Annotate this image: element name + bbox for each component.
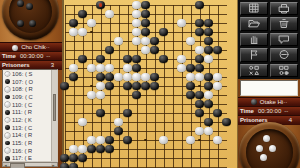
black-stone (141, 28, 150, 37)
white-stone-bowl (239, 122, 300, 168)
black-bowl-stone (17, 0, 24, 7)
white-stone (105, 10, 114, 19)
move-text: 108: ( R (12, 86, 33, 92)
go-client-window: Cho Chik·· Time 00:30:00 -- Prisoners 3 … (0, 0, 300, 168)
black-stone (69, 163, 78, 168)
white-stone (186, 37, 195, 46)
print-button[interactable] (270, 2, 298, 16)
white-stone (186, 73, 195, 82)
black-stone (141, 82, 150, 91)
white-stone (69, 64, 78, 73)
move-text: 107: ( O (12, 79, 33, 85)
black-stone (132, 91, 141, 100)
white-stone (141, 37, 150, 46)
move-list[interactable]: 106: ( S107: ( O108: ( R109: ( C110: ( C… (3, 70, 53, 161)
white-stone (96, 91, 105, 100)
go-board[interactable] (62, 0, 238, 168)
trash-can-icon (276, 18, 292, 29)
black-stone (105, 46, 114, 55)
black-stone (195, 1, 204, 10)
black-stone (141, 10, 150, 19)
white-stone (195, 127, 204, 136)
black-stone (132, 64, 141, 73)
stone-tools-button[interactable] (270, 64, 298, 78)
move-text: 117: ( E (12, 155, 32, 160)
white-stone (204, 55, 213, 64)
move-text: 115: ( R (12, 140, 32, 146)
move-list-item[interactable]: 114: ( R (3, 132, 53, 140)
hand-icon (246, 34, 262, 45)
white-bowl-stone (263, 135, 270, 142)
move-list-item[interactable]: 109: ( C (3, 93, 53, 101)
black-stone (195, 91, 204, 100)
black-stone-icon (5, 125, 10, 130)
white-stone (96, 82, 105, 91)
black-stone (213, 109, 222, 118)
black-stone (96, 145, 105, 154)
black-stone (105, 145, 114, 154)
move-text: 110: ( C (12, 102, 32, 108)
black-stone (96, 109, 105, 118)
white-stone-icon (5, 148, 10, 153)
black-stone-icon (5, 110, 10, 115)
move-list-item[interactable]: 106: ( S (3, 70, 53, 78)
move-text: 111: ( R (12, 109, 32, 115)
white-stone (204, 127, 213, 136)
white-stone (213, 136, 222, 145)
delete-button[interactable] (270, 17, 298, 31)
white-stone (78, 28, 87, 37)
white-player-panel: Otake Hi·· Time 00:30:00 -- Prisoners 4 (238, 0, 300, 168)
white-stone (132, 10, 141, 19)
white-stone (123, 64, 132, 73)
flag-icon (246, 49, 262, 60)
white-stone (87, 19, 96, 28)
black-stone-icon (5, 79, 10, 84)
black-stone (114, 127, 123, 136)
move-text: 109: ( C (12, 94, 33, 100)
white-bowl-stone (269, 145, 276, 152)
black-stone (141, 19, 150, 28)
black-stone (195, 64, 204, 73)
black-stone (204, 37, 213, 46)
black-stone (141, 1, 150, 10)
black-stone-bowl (2, 0, 59, 40)
white-stone (123, 73, 132, 82)
white-stone (87, 136, 96, 145)
black-stone (222, 118, 231, 127)
white-stone (69, 28, 78, 37)
white-stone (213, 82, 222, 91)
move-text: 114: ( R (12, 132, 32, 138)
black-stone (204, 28, 213, 37)
scroll-right-arrow-icon[interactable]: ► (51, 163, 57, 167)
black-stone-icon (5, 156, 10, 160)
black-player-panel: Cho Chik·· Time 00:30:00 -- Prisoners 3 … (0, 0, 62, 168)
white-stone (195, 46, 204, 55)
black-stone (150, 37, 159, 46)
black-stone (204, 118, 213, 127)
white-stone (132, 73, 141, 82)
white-stone (159, 136, 168, 145)
black-stone (96, 1, 105, 10)
white-stone-icon (5, 133, 10, 138)
white-stone (105, 64, 114, 73)
black-stone (150, 46, 159, 55)
white-bowl-stone (260, 154, 267, 161)
move-list-vertical-scrollbar[interactable] (51, 70, 57, 161)
white-stone (96, 136, 105, 145)
white-stone (114, 73, 123, 82)
white-stone (114, 37, 123, 46)
white-stone (78, 145, 87, 154)
black-stone (87, 145, 96, 154)
white-stone-icon (5, 102, 10, 107)
white-stone-icon (5, 72, 10, 77)
white-stone (141, 73, 150, 82)
black-stone (204, 19, 213, 28)
scroll-left-arrow-icon[interactable]: ◄ (3, 163, 9, 167)
chat-button[interactable] (270, 33, 298, 47)
printer-icon (276, 3, 292, 14)
white-stone (177, 19, 186, 28)
black-stone (204, 73, 213, 82)
black-stone (213, 46, 222, 55)
pass-button[interactable] (240, 33, 268, 47)
white-stone (195, 73, 204, 82)
white-stone-icon (5, 87, 10, 92)
white-stone (69, 145, 78, 154)
black-stone (105, 82, 114, 91)
black-stone-icon (5, 141, 10, 146)
white-prisoners-value: 4 (289, 116, 292, 125)
black-stone (78, 10, 87, 19)
black-stone (186, 91, 195, 100)
black-stone (105, 136, 114, 145)
black-stone (204, 46, 213, 55)
move-list-box[interactable]: 106: ( S107: ( O108: ( R109: ( C110: ( C… (2, 69, 58, 162)
black-stone (186, 82, 195, 91)
stones-shapes-icon (276, 65, 292, 76)
white-stone (132, 28, 141, 37)
black-stone (69, 19, 78, 28)
black-stone (60, 82, 69, 91)
move-text: 113: ( C (12, 125, 32, 131)
black-stone (150, 82, 159, 91)
move-list-item[interactable]: 110: ( C (3, 101, 53, 109)
block-button[interactable] (270, 48, 298, 62)
black-stone (195, 55, 204, 64)
move-list-item[interactable]: 115: ( R (3, 139, 53, 147)
black-stone (123, 55, 132, 64)
white-stone (87, 64, 96, 73)
move-list-item[interactable]: 113: ( C (3, 124, 53, 132)
black-player-stone-icon (12, 45, 18, 51)
black-stone (195, 19, 204, 28)
white-stone (186, 136, 195, 145)
white-stone (177, 55, 186, 64)
black-stone (60, 154, 69, 163)
white-player-stone-icon (251, 99, 257, 105)
move-list-item[interactable]: 107: ( O (3, 78, 53, 86)
speech-bubble-icon (276, 34, 292, 45)
black-stone (159, 55, 168, 64)
move-text: 112: ( K (12, 117, 32, 123)
white-stone (78, 118, 87, 127)
white-stone (114, 118, 123, 127)
move-text: 116: ( R (12, 148, 32, 154)
black-stone (123, 109, 132, 118)
black-bowl-stone (26, 3, 33, 10)
move-list-item[interactable]: 117: ( E (3, 155, 53, 161)
black-stone (78, 154, 87, 163)
white-stone (132, 19, 141, 28)
move-text: 106: ( S (12, 71, 32, 77)
black-stone (150, 73, 159, 82)
black-stone (105, 73, 114, 82)
black-stone (195, 109, 204, 118)
no-entry-icon (276, 49, 292, 60)
black-stone (195, 28, 204, 37)
black-stone (159, 28, 168, 37)
board-view-button[interactable] (240, 2, 268, 16)
black-stone (195, 100, 204, 109)
open-folder-icon (246, 18, 262, 29)
black-stone (123, 136, 132, 145)
markup-shapes-icon (246, 65, 262, 76)
scrollbar-thumb[interactable] (10, 163, 25, 168)
black-stone (132, 82, 141, 91)
white-stone (204, 91, 213, 100)
move-list-item[interactable]: 116: ( R (3, 147, 53, 155)
white-stone (177, 64, 186, 73)
white-stone (87, 91, 96, 100)
black-stone (123, 82, 132, 91)
move-list-item[interactable]: 111: ( R (3, 108, 53, 116)
white-bowl-stone (256, 145, 263, 152)
move-list-horizontal-scrollbar[interactable]: ◄ ► (2, 162, 58, 168)
white-stone-icon (5, 118, 10, 123)
black-bowl-stone (17, 20, 24, 27)
move-list-item[interactable]: 108: ( R (3, 85, 53, 93)
black-stone-icon (5, 95, 10, 100)
markup-tools-button[interactable] (240, 64, 268, 78)
move-list-item[interactable]: 112: ( K (3, 116, 53, 124)
black-stone (96, 73, 105, 82)
message-list-box[interactable] (240, 80, 298, 97)
scrollbar-thumb[interactable] (53, 94, 57, 121)
black-stone (132, 55, 141, 64)
resign-button[interactable] (240, 48, 268, 62)
black-stone (186, 64, 195, 73)
white-stone (132, 37, 141, 46)
black-stone (69, 154, 78, 163)
black-stone (204, 82, 213, 91)
white-stone (132, 1, 141, 10)
black-bowl-stone (29, 20, 36, 27)
black-stone (60, 163, 69, 168)
last-move-marker (99, 3, 102, 6)
white-stone (141, 46, 150, 55)
white-stone (213, 73, 222, 82)
black-stone (69, 73, 78, 82)
black-stone (78, 55, 87, 64)
open-file-button[interactable] (240, 17, 268, 31)
goban-grid-icon (246, 3, 262, 14)
black-stone (204, 100, 213, 109)
white-stone (96, 64, 105, 73)
black-stone (96, 55, 105, 64)
